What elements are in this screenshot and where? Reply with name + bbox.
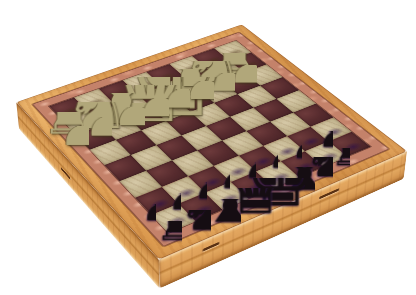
- wooden-chess-box: ♜♞♝♛♚♝♞♜♟♟♟♟♟♟♟♟♟♟♟♟♟♟♟♟♜♞♝♛♚♝♞♜: [16, 24, 407, 259]
- board-scene: ♜♞♝♛♚♝♞♜♟♟♟♟♟♟♟♟♟♟♟♟♟♟♟♟♜♞♝♛♚♝♞♜: [65, 0, 347, 267]
- wood-latch-slot: [319, 188, 339, 199]
- square-e5[interactable]: [206, 117, 246, 141]
- wood-groove: [61, 167, 71, 180]
- square-a8[interactable]: ♜: [151, 204, 195, 233]
- marble-border: ♜♞♝♛♚♝♞♜♟♟♟♟♟♟♟♟♟♟♟♟♟♟♟♟♜♞♝♛♚♝♞♜: [32, 32, 389, 247]
- wood-latch-slot: [203, 242, 220, 252]
- photo-canvas: ♜♞♝♛♚♝♞♜♟♟♟♟♟♟♟♟♟♟♟♟♟♟♟♟♜♞♝♛♚♝♞♜: [0, 0, 416, 295]
